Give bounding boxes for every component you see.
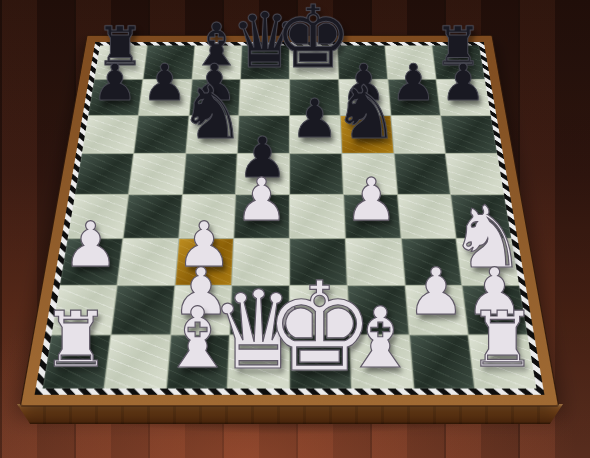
piece-white-pawn-f4[interactable]: ♟ (345, 170, 398, 229)
square-h6[interactable] (441, 116, 497, 154)
square-g5[interactable] (394, 154, 450, 194)
square-g4[interactable] (397, 195, 455, 238)
square-e5[interactable] (289, 154, 342, 194)
piece-black-knight-f6[interactable]: ♞ (333, 77, 399, 151)
square-c5[interactable] (182, 154, 236, 194)
piece-black-pawn-e6[interactable]: ♟ (291, 93, 339, 146)
square-g1[interactable] (409, 336, 474, 389)
piece-black-pawn-h7[interactable]: ♟ (441, 58, 486, 109)
piece-black-pawn-a7[interactable]: ♟ (92, 58, 137, 109)
piece-white-pawn-a3[interactable]: ♟ (63, 213, 119, 275)
piece-white-rook-a1[interactable]: ♜ (42, 303, 111, 380)
square-a6[interactable] (81, 116, 137, 154)
square-b3[interactable] (117, 239, 177, 285)
piece-white-pawn-d4[interactable]: ♟ (235, 170, 288, 229)
square-e4[interactable] (290, 195, 345, 238)
piece-black-knight-c6[interactable]: ♞ (179, 77, 245, 151)
board-front-edge (17, 404, 563, 424)
piece-white-bishop-f1[interactable]: ♝ (343, 297, 418, 381)
square-a5[interactable] (75, 154, 133, 194)
chess-app-scene: ♜♝♛♚♜♟♟♟♟♟♟♞♟♞♟♟♟♟♟♞♟♟♟♜♝♛♚♝♜ (0, 0, 590, 458)
square-b4[interactable] (123, 195, 181, 238)
piece-white-rook-h1[interactable]: ♜ (468, 303, 537, 380)
square-b5[interactable] (128, 154, 184, 194)
